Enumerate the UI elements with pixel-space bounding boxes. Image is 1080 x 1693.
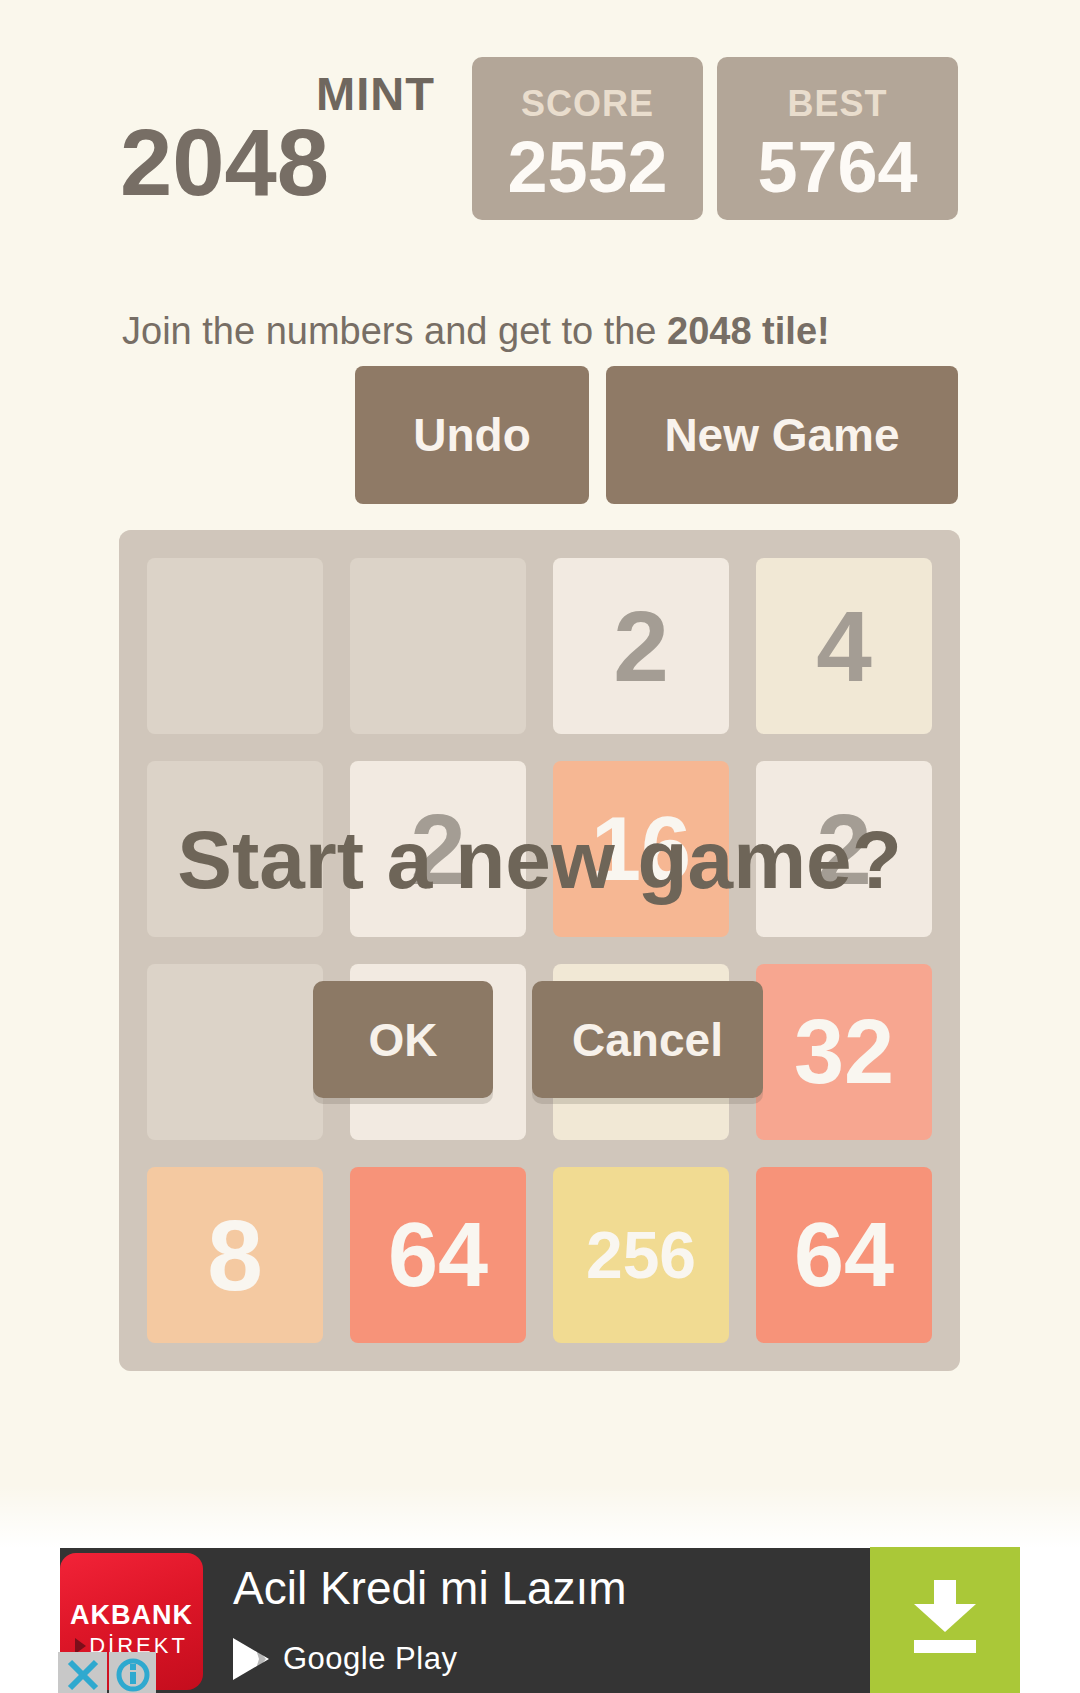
google-play-label: Google Play: [283, 1641, 457, 1677]
download-button[interactable]: [870, 1547, 1020, 1693]
bottom-fade: [0, 1485, 1080, 1548]
score-value: 2552: [472, 131, 703, 203]
google-play-icon: [233, 1638, 269, 1680]
undo-button[interactable]: Undo: [355, 366, 589, 504]
dialog-message: Start a new game?: [119, 813, 960, 907]
advertiser-name-line1: AKBANK: [60, 1600, 203, 1631]
close-icon: [66, 1658, 100, 1692]
best-value: 5764: [717, 131, 958, 203]
best-box: BEST 5764: [717, 57, 958, 220]
ad-headline[interactable]: Acil Kredi mi Lazım: [233, 1561, 627, 1615]
app-screen: 2048 MINT SCORE 2552 BEST 5764 Join the …: [0, 0, 1080, 1693]
score-box: SCORE 2552: [472, 57, 703, 220]
instruction-normal: Join the numbers and get to the: [122, 310, 667, 352]
ok-button[interactable]: OK: [313, 981, 493, 1098]
ad-banner[interactable]: AKBANK DİREKT Acil Kredi mi Lazım: [0, 1548, 1080, 1693]
app-title: 2048: [120, 116, 329, 210]
variant-badge: MINT: [316, 66, 435, 121]
board[interactable]: 242162243286425664 Start a new game? OK …: [119, 530, 960, 1371]
instruction-text: Join the numbers and get to the 2048 til…: [122, 310, 830, 353]
ad-info-button[interactable]: [109, 1652, 156, 1693]
instruction-bold: 2048 tile!: [667, 310, 830, 352]
modal-overlay: [119, 530, 960, 1371]
info-icon: [115, 1657, 151, 1693]
cancel-button[interactable]: Cancel: [532, 981, 763, 1098]
best-label: BEST: [717, 83, 958, 125]
new-game-button[interactable]: New Game: [606, 366, 958, 504]
google-play-badge[interactable]: Google Play: [233, 1638, 457, 1680]
download-icon: [910, 1580, 980, 1660]
ad-close-button[interactable]: [58, 1652, 107, 1693]
score-label: SCORE: [472, 83, 703, 125]
